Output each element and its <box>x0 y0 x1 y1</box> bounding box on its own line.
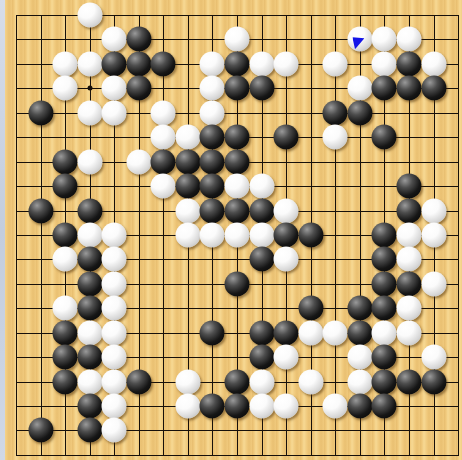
black-stone <box>372 345 397 370</box>
black-stone <box>53 174 78 199</box>
white-stone <box>421 222 446 247</box>
white-stone <box>274 394 299 419</box>
white-stone <box>372 27 397 52</box>
white-stone <box>347 345 372 370</box>
white-stone <box>102 296 127 321</box>
white-stone <box>175 198 200 223</box>
black-stone <box>372 394 397 419</box>
white-stone <box>151 125 176 150</box>
white-stone <box>102 418 127 443</box>
black-stone <box>77 247 102 272</box>
white-stone <box>249 394 274 419</box>
white-stone <box>77 149 102 174</box>
white-stone <box>102 369 127 394</box>
black-stone <box>323 100 348 125</box>
white-stone <box>175 222 200 247</box>
white-stone <box>372 320 397 345</box>
black-stone <box>28 100 53 125</box>
white-stone <box>225 222 250 247</box>
white-stone <box>274 247 299 272</box>
white-stone <box>323 51 348 76</box>
white-stone <box>323 320 348 345</box>
black-stone <box>372 271 397 296</box>
white-stone <box>102 76 127 101</box>
white-stone <box>151 100 176 125</box>
black-stone <box>347 100 372 125</box>
white-stone <box>396 27 421 52</box>
white-stone <box>347 76 372 101</box>
white-stone <box>274 345 299 370</box>
black-stone <box>396 198 421 223</box>
go-board[interactable] <box>0 0 462 460</box>
white-stone <box>274 51 299 76</box>
black-stone <box>200 320 225 345</box>
black-stone <box>53 345 78 370</box>
white-stone <box>347 369 372 394</box>
black-stone <box>372 247 397 272</box>
black-stone <box>372 76 397 101</box>
black-stone <box>298 222 323 247</box>
black-stone <box>200 174 225 199</box>
white-stone <box>102 27 127 52</box>
grid-line-horizontal <box>16 455 459 456</box>
black-stone <box>225 125 250 150</box>
white-stone <box>77 51 102 76</box>
black-stone <box>175 174 200 199</box>
black-stone <box>372 296 397 321</box>
black-stone <box>53 222 78 247</box>
white-stone <box>77 3 102 28</box>
black-stone <box>102 51 127 76</box>
white-stone <box>421 51 446 76</box>
black-stone <box>225 271 250 296</box>
white-stone <box>372 51 397 76</box>
white-stone <box>200 222 225 247</box>
white-stone <box>225 27 250 52</box>
white-stone <box>53 76 78 101</box>
white-stone <box>102 247 127 272</box>
black-stone <box>225 369 250 394</box>
black-stone <box>396 369 421 394</box>
black-stone <box>249 76 274 101</box>
black-stone <box>396 76 421 101</box>
black-stone <box>225 76 250 101</box>
black-stone <box>249 198 274 223</box>
black-stone <box>274 222 299 247</box>
black-stone <box>372 222 397 247</box>
black-stone <box>28 198 53 223</box>
black-stone <box>396 174 421 199</box>
white-stone <box>421 198 446 223</box>
black-stone <box>274 125 299 150</box>
black-stone <box>274 320 299 345</box>
black-stone <box>126 51 151 76</box>
go-app-window <box>0 0 462 460</box>
black-stone <box>126 76 151 101</box>
white-stone <box>175 125 200 150</box>
white-stone <box>102 320 127 345</box>
white-stone <box>53 247 78 272</box>
star-point <box>87 86 92 91</box>
black-stone <box>225 198 250 223</box>
white-stone <box>102 345 127 370</box>
white-stone <box>102 100 127 125</box>
white-stone <box>77 369 102 394</box>
white-stone <box>151 174 176 199</box>
white-stone <box>249 369 274 394</box>
black-stone <box>53 149 78 174</box>
black-stone <box>225 149 250 174</box>
white-stone <box>53 51 78 76</box>
white-stone <box>175 394 200 419</box>
black-stone <box>421 76 446 101</box>
black-stone <box>53 320 78 345</box>
black-stone <box>151 51 176 76</box>
white-stone <box>298 320 323 345</box>
black-stone <box>225 394 250 419</box>
black-stone <box>28 418 53 443</box>
white-stone <box>126 149 151 174</box>
black-stone <box>421 369 446 394</box>
white-stone <box>249 51 274 76</box>
window-edge <box>0 0 5 460</box>
black-stone <box>298 296 323 321</box>
white-stone <box>323 394 348 419</box>
white-stone <box>323 125 348 150</box>
black-stone <box>396 271 421 296</box>
black-stone <box>347 320 372 345</box>
white-stone <box>200 51 225 76</box>
black-stone <box>77 296 102 321</box>
black-stone <box>225 51 250 76</box>
black-stone <box>77 345 102 370</box>
white-stone <box>225 174 250 199</box>
white-stone <box>77 222 102 247</box>
white-stone <box>102 222 127 247</box>
black-stone <box>347 296 372 321</box>
white-stone <box>175 369 200 394</box>
white-stone <box>298 369 323 394</box>
black-stone <box>249 320 274 345</box>
white-stone <box>396 320 421 345</box>
black-stone <box>77 198 102 223</box>
white-stone <box>102 394 127 419</box>
white-stone <box>396 222 421 247</box>
black-stone <box>372 369 397 394</box>
black-stone <box>126 27 151 52</box>
white-stone <box>53 296 78 321</box>
white-stone <box>421 271 446 296</box>
black-stone <box>347 394 372 419</box>
black-stone <box>126 369 151 394</box>
black-stone <box>175 149 200 174</box>
black-stone <box>249 247 274 272</box>
black-stone <box>200 125 225 150</box>
white-stone <box>249 174 274 199</box>
black-stone <box>200 149 225 174</box>
black-stone <box>200 394 225 419</box>
white-stone <box>249 222 274 247</box>
black-stone <box>77 394 102 419</box>
black-stone <box>200 198 225 223</box>
black-stone <box>77 271 102 296</box>
white-stone <box>77 320 102 345</box>
white-stone <box>421 345 446 370</box>
white-stone <box>102 271 127 296</box>
black-stone <box>151 149 176 174</box>
black-stone <box>53 369 78 394</box>
black-stone <box>372 125 397 150</box>
white-stone <box>396 247 421 272</box>
white-stone <box>396 296 421 321</box>
white-stone <box>274 198 299 223</box>
white-stone <box>77 100 102 125</box>
black-stone <box>396 51 421 76</box>
black-stone <box>249 345 274 370</box>
white-stone <box>200 76 225 101</box>
black-stone <box>77 418 102 443</box>
white-stone <box>200 100 225 125</box>
